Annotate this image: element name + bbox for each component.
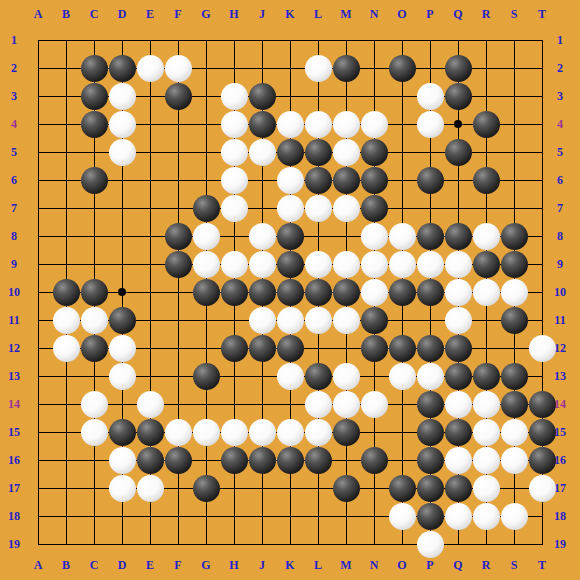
intersection-S16[interactable] [500, 446, 528, 474]
intersection-T5[interactable] [528, 138, 556, 166]
intersection-B2[interactable] [52, 54, 80, 82]
intersection-O1[interactable] [388, 26, 416, 54]
intersection-M12[interactable] [332, 334, 360, 362]
intersection-Q1[interactable] [444, 26, 472, 54]
intersection-H18[interactable] [220, 502, 248, 530]
intersection-Q19[interactable] [444, 530, 472, 558]
intersection-G7[interactable] [192, 194, 220, 222]
intersection-P5[interactable] [416, 138, 444, 166]
intersection-M16[interactable] [332, 446, 360, 474]
intersection-Q2[interactable] [444, 54, 472, 82]
intersection-P8[interactable] [416, 222, 444, 250]
intersection-L2[interactable] [304, 54, 332, 82]
intersection-D4[interactable] [108, 110, 136, 138]
intersection-J18[interactable] [248, 502, 276, 530]
intersection-A14[interactable] [24, 390, 52, 418]
intersection-G3[interactable] [192, 82, 220, 110]
intersection-B14[interactable] [52, 390, 80, 418]
intersection-T19[interactable] [528, 530, 556, 558]
intersection-G17[interactable] [192, 474, 220, 502]
intersection-R19[interactable] [472, 530, 500, 558]
intersection-D17[interactable] [108, 474, 136, 502]
intersection-J5[interactable] [248, 138, 276, 166]
intersection-T17[interactable] [528, 474, 556, 502]
intersection-D3[interactable] [108, 82, 136, 110]
intersection-G18[interactable] [192, 502, 220, 530]
intersection-S14[interactable] [500, 390, 528, 418]
intersection-S18[interactable] [500, 502, 528, 530]
intersection-J17[interactable] [248, 474, 276, 502]
intersection-M13[interactable] [332, 362, 360, 390]
intersection-C8[interactable] [80, 222, 108, 250]
intersection-G15[interactable] [192, 418, 220, 446]
intersection-M18[interactable] [332, 502, 360, 530]
intersection-P15[interactable] [416, 418, 444, 446]
intersection-S4[interactable] [500, 110, 528, 138]
intersection-C13[interactable] [80, 362, 108, 390]
intersection-K18[interactable] [276, 502, 304, 530]
intersection-J14[interactable] [248, 390, 276, 418]
intersection-B17[interactable] [52, 474, 80, 502]
intersection-O16[interactable] [388, 446, 416, 474]
intersection-B6[interactable] [52, 166, 80, 194]
intersection-D7[interactable] [108, 194, 136, 222]
intersection-E9[interactable] [136, 250, 164, 278]
intersection-L8[interactable] [304, 222, 332, 250]
intersection-J2[interactable] [248, 54, 276, 82]
intersection-Q17[interactable] [444, 474, 472, 502]
intersection-N10[interactable] [360, 278, 388, 306]
intersection-B11[interactable] [52, 306, 80, 334]
intersection-O7[interactable] [388, 194, 416, 222]
intersection-B19[interactable] [52, 530, 80, 558]
intersection-J10[interactable] [248, 278, 276, 306]
intersection-A4[interactable] [24, 110, 52, 138]
intersection-Q18[interactable] [444, 502, 472, 530]
intersection-N2[interactable] [360, 54, 388, 82]
intersection-N16[interactable] [360, 446, 388, 474]
intersection-N18[interactable] [360, 502, 388, 530]
intersection-H5[interactable] [220, 138, 248, 166]
intersection-P18[interactable] [416, 502, 444, 530]
intersection-A10[interactable] [24, 278, 52, 306]
intersection-H1[interactable] [220, 26, 248, 54]
intersection-E13[interactable] [136, 362, 164, 390]
intersection-H13[interactable] [220, 362, 248, 390]
intersection-A5[interactable] [24, 138, 52, 166]
intersection-Q11[interactable] [444, 306, 472, 334]
intersection-E10[interactable] [136, 278, 164, 306]
intersection-K3[interactable] [276, 82, 304, 110]
intersection-A13[interactable] [24, 362, 52, 390]
intersection-C14[interactable] [80, 390, 108, 418]
intersection-F14[interactable] [164, 390, 192, 418]
intersection-F18[interactable] [164, 502, 192, 530]
intersection-R5[interactable] [472, 138, 500, 166]
intersection-O19[interactable] [388, 530, 416, 558]
intersection-B8[interactable] [52, 222, 80, 250]
intersection-A6[interactable] [24, 166, 52, 194]
intersection-D6[interactable] [108, 166, 136, 194]
intersection-E2[interactable] [136, 54, 164, 82]
intersection-K7[interactable] [276, 194, 304, 222]
intersection-J12[interactable] [248, 334, 276, 362]
intersection-C10[interactable] [80, 278, 108, 306]
intersection-N12[interactable] [360, 334, 388, 362]
intersection-C6[interactable] [80, 166, 108, 194]
intersection-K5[interactable] [276, 138, 304, 166]
intersection-C9[interactable] [80, 250, 108, 278]
intersection-O2[interactable] [388, 54, 416, 82]
intersection-D14[interactable] [108, 390, 136, 418]
intersection-E8[interactable] [136, 222, 164, 250]
intersection-O17[interactable] [388, 474, 416, 502]
intersection-B3[interactable] [52, 82, 80, 110]
intersection-P17[interactable] [416, 474, 444, 502]
intersection-E4[interactable] [136, 110, 164, 138]
intersection-C4[interactable] [80, 110, 108, 138]
intersection-B7[interactable] [52, 194, 80, 222]
intersection-D18[interactable] [108, 502, 136, 530]
intersection-K13[interactable] [276, 362, 304, 390]
intersection-T2[interactable] [528, 54, 556, 82]
intersection-A11[interactable] [24, 306, 52, 334]
intersection-L15[interactable] [304, 418, 332, 446]
intersection-C7[interactable] [80, 194, 108, 222]
intersection-N4[interactable] [360, 110, 388, 138]
intersection-B5[interactable] [52, 138, 80, 166]
intersection-T8[interactable] [528, 222, 556, 250]
intersection-R18[interactable] [472, 502, 500, 530]
intersection-J13[interactable] [248, 362, 276, 390]
intersection-O14[interactable] [388, 390, 416, 418]
intersection-N3[interactable] [360, 82, 388, 110]
intersection-R12[interactable] [472, 334, 500, 362]
intersection-K10[interactable] [276, 278, 304, 306]
intersection-D8[interactable] [108, 222, 136, 250]
intersection-G11[interactable] [192, 306, 220, 334]
intersection-A3[interactable] [24, 82, 52, 110]
intersection-T16[interactable] [528, 446, 556, 474]
intersection-Q16[interactable] [444, 446, 472, 474]
intersection-R4[interactable] [472, 110, 500, 138]
intersection-M3[interactable] [332, 82, 360, 110]
intersection-R16[interactable] [472, 446, 500, 474]
intersection-K11[interactable] [276, 306, 304, 334]
intersection-T14[interactable] [528, 390, 556, 418]
intersection-P13[interactable] [416, 362, 444, 390]
intersection-T15[interactable] [528, 418, 556, 446]
intersection-R3[interactable] [472, 82, 500, 110]
intersection-O4[interactable] [388, 110, 416, 138]
intersection-L4[interactable] [304, 110, 332, 138]
intersection-R8[interactable] [472, 222, 500, 250]
intersection-O10[interactable] [388, 278, 416, 306]
intersection-F4[interactable] [164, 110, 192, 138]
intersection-A8[interactable] [24, 222, 52, 250]
intersection-K6[interactable] [276, 166, 304, 194]
intersection-P6[interactable] [416, 166, 444, 194]
intersection-M10[interactable] [332, 278, 360, 306]
intersection-S9[interactable] [500, 250, 528, 278]
intersection-G19[interactable] [192, 530, 220, 558]
intersection-J3[interactable] [248, 82, 276, 110]
intersection-T4[interactable] [528, 110, 556, 138]
intersection-M11[interactable] [332, 306, 360, 334]
intersection-K4[interactable] [276, 110, 304, 138]
intersection-H9[interactable] [220, 250, 248, 278]
intersection-H19[interactable] [220, 530, 248, 558]
intersection-P10[interactable] [416, 278, 444, 306]
intersection-L9[interactable] [304, 250, 332, 278]
intersection-M6[interactable] [332, 166, 360, 194]
intersection-F16[interactable] [164, 446, 192, 474]
intersection-F1[interactable] [164, 26, 192, 54]
intersection-B18[interactable] [52, 502, 80, 530]
intersection-F13[interactable] [164, 362, 192, 390]
intersection-A2[interactable] [24, 54, 52, 82]
intersection-G8[interactable] [192, 222, 220, 250]
intersection-R14[interactable] [472, 390, 500, 418]
intersection-T13[interactable] [528, 362, 556, 390]
intersection-H14[interactable] [220, 390, 248, 418]
intersection-F12[interactable] [164, 334, 192, 362]
intersection-E12[interactable] [136, 334, 164, 362]
intersection-N15[interactable] [360, 418, 388, 446]
intersection-G13[interactable] [192, 362, 220, 390]
intersection-B10[interactable] [52, 278, 80, 306]
intersection-A9[interactable] [24, 250, 52, 278]
intersection-N9[interactable] [360, 250, 388, 278]
intersection-D9[interactable] [108, 250, 136, 278]
intersection-L6[interactable] [304, 166, 332, 194]
intersection-L12[interactable] [304, 334, 332, 362]
intersection-C12[interactable] [80, 334, 108, 362]
intersection-H10[interactable] [220, 278, 248, 306]
intersection-P7[interactable] [416, 194, 444, 222]
intersection-R9[interactable] [472, 250, 500, 278]
intersection-C15[interactable] [80, 418, 108, 446]
intersection-A16[interactable] [24, 446, 52, 474]
intersection-A12[interactable] [24, 334, 52, 362]
intersection-R13[interactable] [472, 362, 500, 390]
intersection-M17[interactable] [332, 474, 360, 502]
intersection-F9[interactable] [164, 250, 192, 278]
intersection-F11[interactable] [164, 306, 192, 334]
intersection-A17[interactable] [24, 474, 52, 502]
intersection-O3[interactable] [388, 82, 416, 110]
intersection-N7[interactable] [360, 194, 388, 222]
intersection-S11[interactable] [500, 306, 528, 334]
intersection-D19[interactable] [108, 530, 136, 558]
intersection-P4[interactable] [416, 110, 444, 138]
intersection-P14[interactable] [416, 390, 444, 418]
intersection-F5[interactable] [164, 138, 192, 166]
intersection-G2[interactable] [192, 54, 220, 82]
intersection-M2[interactable] [332, 54, 360, 82]
intersection-F7[interactable] [164, 194, 192, 222]
intersection-L17[interactable] [304, 474, 332, 502]
intersection-N14[interactable] [360, 390, 388, 418]
intersection-E7[interactable] [136, 194, 164, 222]
intersection-G5[interactable] [192, 138, 220, 166]
intersection-C19[interactable] [80, 530, 108, 558]
intersection-G9[interactable] [192, 250, 220, 278]
intersection-Q13[interactable] [444, 362, 472, 390]
intersection-O9[interactable] [388, 250, 416, 278]
intersection-M8[interactable] [332, 222, 360, 250]
intersection-O18[interactable] [388, 502, 416, 530]
intersection-H11[interactable] [220, 306, 248, 334]
intersection-T7[interactable] [528, 194, 556, 222]
intersection-O5[interactable] [388, 138, 416, 166]
intersection-R10[interactable] [472, 278, 500, 306]
intersection-E17[interactable] [136, 474, 164, 502]
intersection-J8[interactable] [248, 222, 276, 250]
intersection-J7[interactable] [248, 194, 276, 222]
intersection-K8[interactable] [276, 222, 304, 250]
intersection-D12[interactable] [108, 334, 136, 362]
intersection-F15[interactable] [164, 418, 192, 446]
intersection-G16[interactable] [192, 446, 220, 474]
intersection-R2[interactable] [472, 54, 500, 82]
intersection-F6[interactable] [164, 166, 192, 194]
intersection-B4[interactable] [52, 110, 80, 138]
intersection-S2[interactable] [500, 54, 528, 82]
intersection-K19[interactable] [276, 530, 304, 558]
intersection-O13[interactable] [388, 362, 416, 390]
intersection-L3[interactable] [304, 82, 332, 110]
intersection-J15[interactable] [248, 418, 276, 446]
intersection-E18[interactable] [136, 502, 164, 530]
intersection-R6[interactable] [472, 166, 500, 194]
intersection-O15[interactable] [388, 418, 416, 446]
intersection-P3[interactable] [416, 82, 444, 110]
intersection-P9[interactable] [416, 250, 444, 278]
intersection-C16[interactable] [80, 446, 108, 474]
intersection-K14[interactable] [276, 390, 304, 418]
intersection-L1[interactable] [304, 26, 332, 54]
intersection-R11[interactable] [472, 306, 500, 334]
intersection-C11[interactable] [80, 306, 108, 334]
intersection-N13[interactable] [360, 362, 388, 390]
intersection-O11[interactable] [388, 306, 416, 334]
intersection-H3[interactable] [220, 82, 248, 110]
intersection-S1[interactable] [500, 26, 528, 54]
intersection-K15[interactable] [276, 418, 304, 446]
intersection-S7[interactable] [500, 194, 528, 222]
intersection-L10[interactable] [304, 278, 332, 306]
intersection-K12[interactable] [276, 334, 304, 362]
intersection-Q12[interactable] [444, 334, 472, 362]
intersection-G14[interactable] [192, 390, 220, 418]
intersection-D13[interactable] [108, 362, 136, 390]
intersection-M7[interactable] [332, 194, 360, 222]
intersection-E11[interactable] [136, 306, 164, 334]
intersection-C3[interactable] [80, 82, 108, 110]
intersection-P1[interactable] [416, 26, 444, 54]
intersection-P11[interactable] [416, 306, 444, 334]
intersection-Q14[interactable] [444, 390, 472, 418]
intersection-J11[interactable] [248, 306, 276, 334]
intersection-B9[interactable] [52, 250, 80, 278]
intersection-B1[interactable] [52, 26, 80, 54]
intersection-S5[interactable] [500, 138, 528, 166]
intersection-F19[interactable] [164, 530, 192, 558]
intersection-H4[interactable] [220, 110, 248, 138]
intersection-P2[interactable] [416, 54, 444, 82]
intersection-Q10[interactable] [444, 278, 472, 306]
intersection-T18[interactable] [528, 502, 556, 530]
intersection-Q7[interactable] [444, 194, 472, 222]
intersection-J19[interactable] [248, 530, 276, 558]
intersection-N6[interactable] [360, 166, 388, 194]
intersection-E5[interactable] [136, 138, 164, 166]
intersection-C17[interactable] [80, 474, 108, 502]
intersection-J4[interactable] [248, 110, 276, 138]
intersection-S13[interactable] [500, 362, 528, 390]
intersection-J16[interactable] [248, 446, 276, 474]
intersection-S3[interactable] [500, 82, 528, 110]
intersection-M5[interactable] [332, 138, 360, 166]
intersection-C1[interactable] [80, 26, 108, 54]
intersection-B15[interactable] [52, 418, 80, 446]
intersection-A18[interactable] [24, 502, 52, 530]
intersection-O8[interactable] [388, 222, 416, 250]
intersection-R1[interactable] [472, 26, 500, 54]
intersection-F17[interactable] [164, 474, 192, 502]
intersection-S19[interactable] [500, 530, 528, 558]
intersection-C2[interactable] [80, 54, 108, 82]
intersection-R7[interactable] [472, 194, 500, 222]
intersection-F2[interactable] [164, 54, 192, 82]
intersection-J6[interactable] [248, 166, 276, 194]
intersection-N8[interactable] [360, 222, 388, 250]
intersection-J9[interactable] [248, 250, 276, 278]
intersection-M15[interactable] [332, 418, 360, 446]
intersection-Q15[interactable] [444, 418, 472, 446]
intersection-G10[interactable] [192, 278, 220, 306]
intersection-K9[interactable] [276, 250, 304, 278]
intersection-S8[interactable] [500, 222, 528, 250]
intersection-E16[interactable] [136, 446, 164, 474]
intersection-N11[interactable] [360, 306, 388, 334]
intersection-H2[interactable] [220, 54, 248, 82]
intersection-E19[interactable] [136, 530, 164, 558]
intersection-E1[interactable] [136, 26, 164, 54]
intersection-L11[interactable] [304, 306, 332, 334]
intersection-G6[interactable] [192, 166, 220, 194]
intersection-R15[interactable] [472, 418, 500, 446]
intersection-N17[interactable] [360, 474, 388, 502]
intersection-A1[interactable] [24, 26, 52, 54]
intersection-B12[interactable] [52, 334, 80, 362]
intersection-M4[interactable] [332, 110, 360, 138]
intersection-E14[interactable] [136, 390, 164, 418]
intersection-T3[interactable] [528, 82, 556, 110]
intersection-H12[interactable] [220, 334, 248, 362]
intersection-P19[interactable] [416, 530, 444, 558]
intersection-N1[interactable] [360, 26, 388, 54]
intersection-H8[interactable] [220, 222, 248, 250]
intersection-M1[interactable] [332, 26, 360, 54]
intersection-T11[interactable] [528, 306, 556, 334]
intersection-N19[interactable] [360, 530, 388, 558]
intersection-F10[interactable] [164, 278, 192, 306]
intersection-P16[interactable] [416, 446, 444, 474]
intersection-K2[interactable] [276, 54, 304, 82]
intersection-F3[interactable] [164, 82, 192, 110]
